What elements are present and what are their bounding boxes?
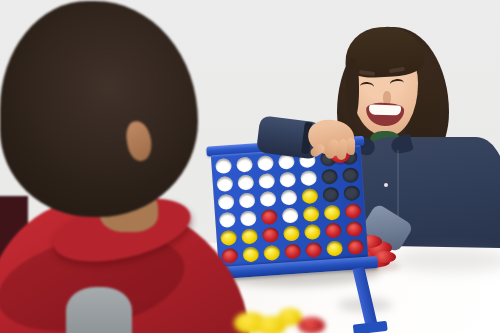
yellow-piece — [303, 206, 320, 222]
empty-hole — [280, 189, 297, 205]
girl-hair-strand — [346, 58, 359, 120]
board-cell-r3c4[interactable] — [278, 188, 300, 208]
board-cell-r5c3[interactable] — [260, 225, 282, 245]
yellow-piece — [304, 224, 321, 240]
jacket-button — [384, 183, 388, 187]
boy-hair — [0, 1, 198, 217]
yellow-piece — [326, 241, 343, 257]
board-cell-r2c7[interactable] — [339, 165, 361, 185]
girl-eye-left — [360, 82, 375, 92]
empty-hole — [258, 173, 275, 189]
empty-hole — [342, 167, 359, 183]
empty-hole — [279, 171, 296, 187]
board-cell-r4c5[interactable] — [300, 204, 322, 224]
board-cell-r1c3[interactable] — [255, 153, 277, 173]
red-piece — [347, 239, 364, 255]
empty-hole — [343, 185, 360, 201]
girl-finger — [347, 138, 356, 155]
spare-yellow-pieces — [230, 304, 330, 333]
board-cell-r3c3[interactable] — [257, 189, 279, 209]
empty-hole — [322, 187, 339, 203]
boy-gray-undershirt — [66, 287, 132, 333]
empty-hole — [282, 208, 299, 224]
board-cell-r2c6[interactable] — [318, 167, 340, 187]
girl-eye-right — [390, 78, 405, 88]
empty-hole — [321, 168, 338, 184]
board-cell-r4c7[interactable] — [342, 201, 364, 221]
empty-hole — [300, 170, 317, 186]
board-foot-right — [353, 321, 388, 333]
left-player — [0, 0, 250, 333]
board-leg-right — [352, 266, 377, 327]
girl-teeth — [369, 104, 401, 115]
board-cell-r6c7[interactable] — [344, 238, 366, 258]
board-cell-r5c6[interactable] — [322, 221, 344, 241]
board-cell-r5c4[interactable] — [280, 224, 302, 244]
empty-hole — [257, 155, 274, 171]
red-piece — [345, 221, 362, 237]
yellow-piece — [283, 226, 300, 242]
red-piece — [262, 227, 279, 243]
arm-shadow — [392, 248, 500, 272]
red-piece — [305, 242, 322, 258]
yellow-piece — [263, 245, 280, 261]
red-piece — [284, 244, 301, 260]
board-cell-r3c6[interactable] — [320, 185, 342, 205]
spare-red-piece — [298, 317, 325, 333]
board-cell-r2c4[interactable] — [277, 170, 299, 190]
empty-hole — [260, 191, 277, 207]
board-cell-r3c5[interactable] — [299, 186, 321, 206]
board-cell-r5c7[interactable] — [343, 220, 365, 240]
board-cell-r6c3[interactable] — [261, 244, 283, 264]
board-cell-r4c6[interactable] — [321, 203, 343, 223]
red-piece — [344, 203, 361, 219]
yellow-piece — [323, 205, 340, 221]
board-cell-r4c4[interactable] — [279, 206, 301, 226]
board-cell-r6c4[interactable] — [282, 242, 304, 262]
board-cell-r4c3[interactable] — [258, 207, 280, 227]
red-piece — [325, 223, 342, 239]
board-cell-r2c5[interactable] — [297, 168, 319, 188]
red-piece — [261, 209, 278, 225]
board-cell-r6c6[interactable] — [323, 239, 345, 259]
photo-scene: { "game": "Connect Four", "scene": "Two … — [0, 0, 500, 333]
board-cell-r6c5[interactable] — [303, 241, 325, 261]
yellow-piece — [301, 188, 318, 204]
board-cell-r5c5[interactable] — [301, 223, 323, 243]
board-cell-r3c7[interactable] — [340, 183, 362, 203]
board-cell-r2c3[interactable] — [256, 171, 278, 191]
